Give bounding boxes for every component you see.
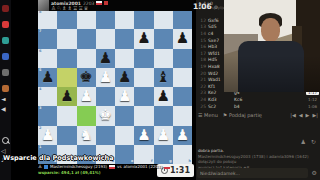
coord-rank-7: 7 xyxy=(39,30,41,34)
poland-flag-icon xyxy=(164,165,170,169)
square-h3[interactable] xyxy=(173,106,192,125)
bookmark-gray-icon[interactable] xyxy=(2,69,9,76)
square-b4[interactable]: ♟ xyxy=(57,87,76,106)
coord-rank-3: 3 xyxy=(39,107,41,111)
black-pawn-b4[interactable]: ♟ xyxy=(57,87,76,106)
black-king-c5[interactable]: ♚ xyxy=(77,68,96,87)
move-cell[interactable]: 20 xyxy=(197,71,208,76)
nav-next-icon[interactable]: ▶ xyxy=(306,112,310,118)
square-f8[interactable] xyxy=(134,10,153,29)
square-g5[interactable]: ♝ xyxy=(154,68,173,87)
black-pawn-e5[interactable]: ♟ xyxy=(115,68,134,87)
square-a3[interactable]: 3 xyxy=(38,106,57,125)
square-e7[interactable] xyxy=(115,29,134,48)
move-cell[interactable]: 19 xyxy=(197,64,208,69)
search-icon[interactable] xyxy=(2,137,9,144)
square-a7[interactable]: 7 xyxy=(38,29,57,48)
square-e4[interactable]: ♟ xyxy=(115,87,134,106)
square-h5[interactable] xyxy=(173,68,192,87)
square-f2[interactable]: ♟ xyxy=(134,126,153,145)
move-cell[interactable]: 17 xyxy=(197,51,208,56)
square-g4[interactable]: ♟ xyxy=(154,87,173,106)
move-row-24[interactable]: 24Kd3Kc61:12 xyxy=(197,96,319,103)
square-g2[interactable]: ♟ xyxy=(154,126,173,145)
square-b2[interactable] xyxy=(57,126,76,145)
move-cell[interactable]: 12 xyxy=(197,18,208,23)
square-c3[interactable] xyxy=(77,106,96,125)
square-e5[interactable]: ♟ xyxy=(115,68,134,87)
chess-board[interactable]: 87♟♟6♟5♟♚♟♟♝4♟♟♟♟3♚2♟♞♟♟♟1abcdefgh xyxy=(38,10,192,164)
captured-pieces: ♙♘♗♗♖♖♕ xyxy=(51,6,108,11)
move-cell[interactable]: 21 xyxy=(197,77,208,82)
overlay-players: ♙ Mastermindchessguy (2193) vs atomix200… xyxy=(38,164,193,169)
vignette xyxy=(224,0,320,92)
square-c4[interactable]: ♟ xyxy=(77,87,96,106)
chat-input[interactable]: Niedźwiadamek... xyxy=(197,168,308,178)
move-cell[interactable]: 22 xyxy=(197,84,208,89)
analysis-board-icon[interactable]: ♟ xyxy=(301,138,306,145)
square-b6[interactable] xyxy=(57,49,76,68)
white-pawn-icon: ♙ xyxy=(38,164,42,169)
square-d5[interactable]: ♟ xyxy=(96,68,115,87)
chat-message: dobra partia. xyxy=(198,148,316,153)
back-icon[interactable]: ◀ xyxy=(1,106,6,112)
top-player-bar: atomix2001 2203 ♙♘♗♗♖♖♕ xyxy=(38,0,194,11)
square-b5[interactable] xyxy=(57,68,76,87)
white-pawn-c4[interactable]: ♟ xyxy=(77,87,96,106)
square-c6[interactable] xyxy=(77,49,96,68)
resign-button[interactable]: ⚑ Poddaj partię xyxy=(223,112,262,118)
coord-rank-1: 1 xyxy=(39,146,41,150)
move-cell[interactable]: Kd3 xyxy=(208,97,234,102)
square-g3[interactable] xyxy=(154,106,173,125)
square-h6[interactable] xyxy=(173,49,192,68)
move-cell[interactable]: 15 xyxy=(197,38,208,43)
move-cell[interactable]: 13 xyxy=(197,24,208,29)
coord-rank-4: 4 xyxy=(39,88,41,92)
square-d6[interactable]: ♟ xyxy=(96,49,115,68)
square-f4[interactable] xyxy=(134,87,153,106)
square-g8[interactable] xyxy=(154,10,173,29)
flip-board-icon[interactable]: ↻ xyxy=(311,138,316,145)
square-d7[interactable] xyxy=(96,29,115,48)
overlay-player1: Mastermindchessguy (2193) xyxy=(50,164,107,169)
square-e2[interactable] xyxy=(115,126,134,145)
move-cell[interactable]: 23 xyxy=(197,90,208,95)
square-a5[interactable]: 5♟ xyxy=(38,68,57,87)
chat-message: Mastermindchessguy2003 (1738) i adamla30… xyxy=(198,154,316,164)
menu-button[interactable]: ☰ Menu xyxy=(198,112,218,118)
square-g6[interactable] xyxy=(154,49,173,68)
square-c2[interactable]: ♞ xyxy=(77,126,96,145)
poland-flag-icon xyxy=(109,165,115,169)
overlay-support: wsparcie: 494,1 zł (49,41%) xyxy=(38,170,193,175)
square-a2[interactable]: 2♟ xyxy=(38,126,57,145)
black-pawn-d6[interactable]: ♟ xyxy=(96,49,115,68)
white-pawn-f2[interactable]: ♟ xyxy=(134,126,153,145)
square-c5[interactable]: ♚ xyxy=(77,68,96,87)
square-b3[interactable] xyxy=(57,106,76,125)
square-e3[interactable] xyxy=(115,106,134,125)
white-pawn-e4[interactable]: ♟ xyxy=(115,87,134,106)
white-pawn-h2[interactable]: ♟ xyxy=(173,126,192,145)
black-bishop-g5[interactable]: ♝ xyxy=(154,68,173,87)
move-cell[interactable]: b4 xyxy=(234,104,260,109)
nav-first-icon[interactable]: |◀ xyxy=(290,112,296,118)
square-e6[interactable] xyxy=(115,49,134,68)
black-pawn-g4[interactable]: ♟ xyxy=(154,87,173,106)
nav-prev-icon[interactable]: ◀ xyxy=(299,112,303,118)
move-cell[interactable]: 14 xyxy=(197,31,208,36)
square-h4[interactable] xyxy=(173,87,192,106)
square-d8[interactable] xyxy=(96,10,115,29)
coord-rank-6: 6 xyxy=(39,50,41,54)
overlay-player2: atomix2001 (2203) xyxy=(124,164,163,169)
square-b7[interactable] xyxy=(57,29,76,48)
square-d2[interactable] xyxy=(96,126,115,145)
square-g7[interactable] xyxy=(154,29,173,48)
coord-rank-8: 8 xyxy=(39,11,41,15)
chat-settings-icon[interactable]: ⚙ xyxy=(312,169,317,176)
bookmark-red-icon[interactable] xyxy=(2,21,9,28)
square-f7[interactable]: ♟ xyxy=(134,29,153,48)
square-d3[interactable]: ♚ xyxy=(96,106,115,125)
square-a4[interactable]: 4 xyxy=(38,87,57,106)
move-cell[interactable]: 18 xyxy=(197,57,208,62)
app-sidebar: ◄◀◁♪ xyxy=(0,0,11,180)
square-d4[interactable] xyxy=(96,87,115,106)
move-cell[interactable]: 24 xyxy=(197,97,208,102)
avatar xyxy=(38,0,49,11)
black-pawn-f7[interactable]: ♟ xyxy=(134,29,153,48)
move-time: 1:12 xyxy=(308,97,319,102)
white-knight-c2[interactable]: ♞ xyxy=(77,126,96,145)
move-time: 1:06 xyxy=(308,104,319,109)
volume-icon[interactable]: ◄ xyxy=(1,96,6,102)
overlay-title: Wsparcie dla Podstawkowicha xyxy=(3,154,193,162)
move-cell[interactable]: 16 xyxy=(197,44,208,49)
move-cell[interactable]: Sc2 xyxy=(208,104,234,109)
stream-overlay: Wsparcie dla Podstawkowicha ♙ Mastermind… xyxy=(3,154,193,175)
move-row-25[interactable]: 25Sc2b41:06 xyxy=(197,103,319,110)
square-f3[interactable] xyxy=(134,106,153,125)
white-pawn-d5[interactable]: ♟ xyxy=(96,68,115,87)
black-pawn-a5[interactable]: ♟ xyxy=(38,68,57,87)
square-a6[interactable]: 6 xyxy=(38,49,57,68)
streamer-webcam xyxy=(224,0,320,92)
square-b8[interactable] xyxy=(57,10,76,29)
white-pawn-a2[interactable]: ♟ xyxy=(38,126,57,145)
white-king-d3[interactable]: ♚ xyxy=(96,106,115,125)
bookmark-teal-icon[interactable] xyxy=(2,37,9,44)
square-c8[interactable] xyxy=(77,10,96,29)
nav-last-icon[interactable]: ▶| xyxy=(312,112,318,118)
analysis-tools[interactable]: ♟↻ xyxy=(301,138,316,145)
square-h8[interactable] xyxy=(173,10,192,29)
move-cell[interactable]: Kc6 xyxy=(234,97,260,102)
square-f5[interactable] xyxy=(134,68,153,87)
bookmark-blue-icon[interactable] xyxy=(2,53,9,60)
square-h2[interactable]: ♟ xyxy=(173,126,192,145)
stream-platform-icon xyxy=(44,165,48,169)
poland-flag-icon xyxy=(96,1,102,5)
move-navigation[interactable]: |◀◀▶▶| xyxy=(290,112,318,118)
square-c7[interactable] xyxy=(77,29,96,48)
white-pawn-g2[interactable]: ♟ xyxy=(154,126,173,145)
game-controls: ☰ Menu ⚑ Poddaj partię |◀◀▶▶| xyxy=(198,112,318,118)
square-h7[interactable]: ♟ xyxy=(173,29,192,48)
move-cell[interactable]: 25 xyxy=(197,104,208,109)
gear-icon[interactable]: ⚙ xyxy=(214,4,218,10)
square-e8[interactable] xyxy=(115,10,134,29)
opponent-clock: 1:06 ⚙ xyxy=(193,2,218,11)
bookmark-darkred-icon[interactable] xyxy=(2,5,9,12)
square-f6[interactable] xyxy=(134,49,153,68)
square-a8[interactable]: 8 xyxy=(38,10,57,29)
red-badge-icon xyxy=(104,1,108,5)
bookmark-orange-icon[interactable] xyxy=(2,85,9,92)
black-pawn-h7[interactable]: ♟ xyxy=(173,29,192,48)
